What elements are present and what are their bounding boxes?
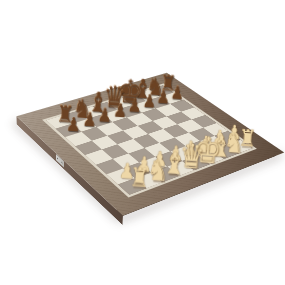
square-g2: ♟ <box>200 136 226 150</box>
chess-board: ♜♞♝♛♚♝♞♜♟♟♟♟♟♟♟♟♟♟♟♟♟♟♟♟♜♞♝♛♚♝♞♜ <box>16 73 284 216</box>
chessboard-photo: ♜♞♝♛♚♝♞♜♟♟♟♟♟♟♟♟♟♟♟♟♟♟♟♟♜♞♝♛♚♝♞♜ <box>0 0 285 285</box>
piece-white-pawn: ♟ <box>225 122 242 142</box>
piece-black-queen: ♛ <box>102 82 119 113</box>
square-a8: ♜ <box>46 115 71 128</box>
